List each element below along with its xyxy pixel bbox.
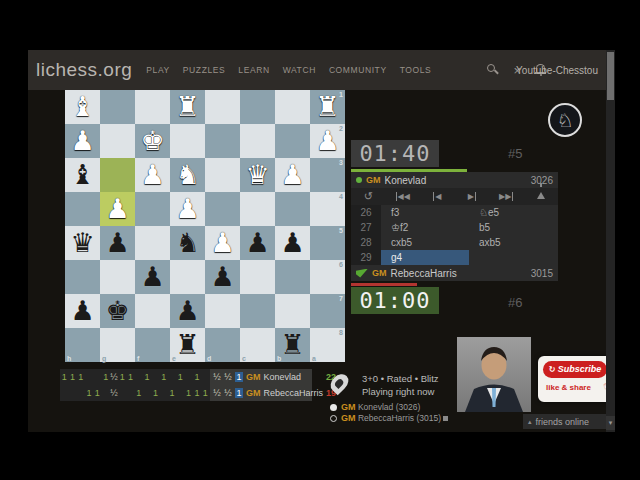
square-e4[interactable]: ♟ [170, 192, 205, 226]
last-move-button[interactable]: ▶▶ [489, 192, 524, 201]
white-bishop: ♝ [65, 90, 100, 124]
square-b4[interactable] [275, 192, 310, 226]
game-type: 3+0 • Rated • Blitz [362, 372, 439, 385]
white-king: ♚ [135, 124, 170, 158]
square-g6[interactable] [100, 260, 135, 294]
rank-label-8: 8 [339, 329, 343, 336]
score-cell [201, 369, 209, 385]
menu-learn[interactable]: LEARN [238, 65, 269, 75]
wing-icon [356, 269, 368, 278]
rank-label-4: 4 [339, 193, 343, 200]
match-score-strip: 1111½11111111½111111 ½½1 GM Konevlad 22 … [60, 369, 312, 401]
black-move[interactable]: ♘e5 [469, 205, 557, 220]
square-b8[interactable]: ♜b [275, 328, 310, 362]
score-cell: 1 [135, 385, 143, 401]
black-knight: ♞ [170, 226, 205, 260]
rank-label-6: 6 [339, 261, 343, 268]
white-queen: ♛ [240, 158, 275, 192]
square-b2[interactable] [275, 124, 310, 158]
game-info: 3+0 • Rated • Blitz Playing right now [362, 372, 439, 398]
main-menu: PLAY PUZZLES LEARN WATCH COMMUNITY TOOLS [146, 65, 431, 75]
move-row-26: 26f3♘e5 [351, 205, 558, 220]
square-b1[interactable] [275, 90, 310, 124]
score-cell: ½ [110, 369, 118, 385]
square-d2[interactable] [205, 124, 240, 158]
username-menu[interactable]: Youtube-Chesstou [516, 50, 598, 90]
square-a3[interactable]: 3 [310, 158, 345, 192]
search-icon[interactable] [487, 64, 499, 76]
menu-puzzles[interactable]: PUZZLES [183, 65, 225, 75]
analysis-button[interactable] [524, 192, 559, 201]
rank-label-1: 1 [339, 91, 343, 98]
flask-icon [537, 192, 545, 199]
white-color-icon [330, 404, 337, 411]
score-cell [85, 369, 93, 385]
score-cell [143, 385, 151, 401]
square-a5[interactable]: 5 [310, 226, 345, 260]
square-h1[interactable]: ♝ [65, 90, 100, 124]
white-player-rating: 3026 [531, 175, 553, 186]
score-cell: 1 [193, 369, 201, 385]
score-cell: 1 [160, 369, 168, 385]
square-e5[interactable]: ♞ [170, 226, 205, 260]
black-player-name: RebeccaHarris [391, 268, 457, 279]
black-move[interactable] [469, 250, 557, 265]
file-label-g: g [102, 355, 106, 362]
score-cell: 1 [60, 369, 68, 385]
square-h3[interactable]: ♝ [65, 158, 100, 192]
square-f4[interactable] [135, 192, 170, 226]
black-queen: ♛ [65, 226, 100, 260]
black-clock: 01:00 [351, 287, 439, 314]
score-cell [77, 385, 85, 401]
scrollbar-down-arrow[interactable]: ▾ [606, 416, 615, 430]
lichess-page: lichess.org PLAY PUZZLES LEARN WATCH COM… [28, 50, 612, 432]
prev-move-button[interactable]: ◀ [420, 192, 455, 201]
players-list: GM Konevlad (3026) GM RebeccaHarris (301… [330, 402, 448, 424]
white-clock: 01:40 [351, 140, 439, 167]
lichess-logo[interactable]: lichess.org [36, 59, 132, 81]
first-move-button[interactable]: ◀◀ [386, 192, 421, 201]
square-d1[interactable] [205, 90, 240, 124]
square-c6[interactable] [240, 260, 275, 294]
score-cell: ½ [224, 388, 232, 398]
white-player-title: GM [366, 175, 381, 185]
square-f5[interactable] [135, 226, 170, 260]
move-number: 29 [351, 250, 381, 265]
square-e2[interactable] [170, 124, 205, 158]
square-d6[interactable]: ♟ [205, 260, 240, 294]
square-f7[interactable] [135, 294, 170, 328]
subscribe-arrow-icon: ↻ [549, 365, 556, 374]
game-status: Playing right now [362, 385, 439, 398]
player-badge-icon [443, 416, 448, 421]
like-share-label: like & share [546, 383, 591, 392]
rank-label-5: 5 [339, 227, 343, 234]
square-d8[interactable]: d [205, 328, 240, 362]
square-h8[interactable]: h [65, 328, 100, 362]
top-navbar: lichess.org PLAY PUZZLES LEARN WATCH COM… [28, 50, 612, 90]
game-number-top: #5 [508, 146, 522, 161]
square-a7[interactable]: 7 [310, 294, 345, 328]
square-g7[interactable]: ♚ [100, 294, 135, 328]
score-cell [68, 385, 76, 401]
black-pawn: ♟ [240, 226, 275, 260]
score-summary: ½½1 GM Konevlad 22 ½½1 GM RebeccaHarris … [210, 369, 312, 401]
subscribe-card[interactable]: ↻ Subscribe like & share ☝ [538, 356, 612, 402]
score-cell: 1 [77, 369, 85, 385]
square-g8[interactable]: g [100, 328, 135, 362]
white-player-row[interactable]: GM Konevlad 3026 [351, 172, 558, 188]
game-number-bottom: #6 [508, 295, 522, 310]
file-label-a: a [312, 355, 316, 362]
online-dot-icon [356, 177, 362, 183]
file-label-b: b [277, 355, 281, 362]
black-color-icon [330, 415, 337, 422]
square-d5[interactable]: ♟ [205, 226, 240, 260]
move-number: 27 [351, 220, 381, 235]
black-pawn: ♟ [205, 260, 240, 294]
square-a6[interactable]: 6 [310, 260, 345, 294]
square-f2[interactable]: ♚ [135, 124, 170, 158]
square-a2[interactable]: ♟2 [310, 124, 345, 158]
black-move[interactable]: b5 [469, 220, 557, 235]
webcam-photo [457, 337, 531, 412]
friends-online-bar[interactable]: ▴ friends online [523, 414, 612, 429]
square-c7[interactable] [240, 294, 275, 328]
square-h7[interactable]: ♟ [65, 294, 100, 328]
square-a1[interactable]: ♜1 [310, 90, 345, 124]
square-b7[interactable] [275, 294, 310, 328]
black-pawn: ♟ [100, 226, 135, 260]
white-move[interactable]: g4 [381, 250, 469, 265]
score-cell: ½ [213, 388, 221, 398]
file-label-f: f [137, 355, 139, 362]
black-move[interactable]: axb5 [469, 235, 557, 250]
score-cell: ½ [110, 385, 118, 401]
square-d7[interactable] [205, 294, 240, 328]
square-c3[interactable]: ♛ [240, 158, 275, 192]
score-name-2: RebeccaHarris [264, 388, 324, 398]
square-d3[interactable] [205, 158, 240, 192]
menu-play[interactable]: PLAY [146, 65, 170, 75]
score-cell: 1 [176, 369, 184, 385]
move-number: 26 [351, 205, 381, 220]
square-b3[interactable]: ♟ [275, 158, 310, 192]
rank-label-2: 2 [339, 125, 343, 132]
file-label-d: d [207, 355, 211, 362]
lichess-knight-logo-icon: ♘ [548, 103, 582, 137]
score-cell: 1 [168, 385, 176, 401]
flip-board-button[interactable]: ↺ [351, 190, 386, 203]
square-c2[interactable] [240, 124, 275, 158]
black-pawn: ♟ [275, 226, 310, 260]
score-cell: 1 [143, 369, 151, 385]
score-cell: 1 [201, 385, 209, 401]
score-cell: 1 [101, 369, 109, 385]
move-row-27: 27♔f2b5 [351, 220, 558, 235]
move-number: 28 [351, 235, 381, 250]
black-player-title: GM [372, 268, 387, 278]
score-history-grid: 1111½11111111½111111 [60, 369, 210, 401]
score-cell [168, 369, 176, 385]
square-h5[interactable]: ♛ [65, 226, 100, 260]
score-cell [184, 369, 192, 385]
score-cell [176, 385, 184, 401]
white-pawn: ♟ [135, 158, 170, 192]
white-move[interactable]: cxb5 [381, 235, 469, 250]
file-label-c: c [242, 355, 246, 362]
square-h6[interactable] [65, 260, 100, 294]
file-label-h: h [67, 355, 71, 362]
square-g2[interactable] [100, 124, 135, 158]
square-c8[interactable]: c [240, 328, 275, 362]
score-cell: 1 [184, 385, 192, 401]
square-e8[interactable]: ♜e [170, 328, 205, 362]
white-player-name: Konevlad [385, 175, 427, 186]
menu-community[interactable]: COMMUNITY [329, 65, 387, 75]
list-item[interactable]: GM RebeccaHarris (3015) [330, 413, 448, 424]
score-cell: 1 [85, 385, 93, 401]
rank-label-7: 7 [339, 295, 343, 302]
game-panel: 01:40 #5 GM Konevlad 3026 ↺ ◀◀ ◀ ▶ ▶▶ 26… [351, 140, 558, 314]
move-row-28: 28cxb5axb5 [351, 235, 558, 250]
score-cell: ½ [213, 372, 221, 382]
score-title-2: GM [246, 388, 261, 398]
move-toolbar: ↺ ◀◀ ◀ ▶ ▶▶ [351, 188, 558, 205]
move-row-29: 29g4 [351, 250, 558, 265]
white-pawn: ♟ [170, 192, 205, 226]
score-cell: 1 [118, 369, 126, 385]
square-f3[interactable]: ♟ [135, 158, 170, 192]
square-e6[interactable] [170, 260, 205, 294]
scrollbar-thumb[interactable] [607, 52, 614, 100]
square-d4[interactable] [205, 192, 240, 226]
collapse-arrow-icon: ▴ [528, 418, 532, 426]
square-e7[interactable]: ♟ [170, 294, 205, 328]
square-g5[interactable]: ♟ [100, 226, 135, 260]
white-knight: ♞ [170, 158, 205, 192]
white-rook: ♜ [170, 90, 205, 124]
score-cell: 1 [151, 385, 159, 401]
score-cell: 1 [193, 385, 201, 401]
white-pawn: ♟ [205, 226, 240, 260]
square-h2[interactable]: ♟ [65, 124, 100, 158]
file-label-e: e [172, 355, 176, 362]
square-g3[interactable] [100, 158, 135, 192]
menu-tools[interactable]: TOOLS [400, 65, 432, 75]
move-list: 26f3♘e527♔f2b528cxb5axb529g4 [351, 205, 558, 265]
square-c1[interactable] [240, 90, 275, 124]
square-b6[interactable] [275, 260, 310, 294]
score-cell-current: 1 [235, 372, 243, 382]
black-king: ♚ [100, 294, 135, 328]
score-cell [160, 385, 168, 401]
square-e3[interactable]: ♞ [170, 158, 205, 192]
score-title-1: GM [246, 372, 261, 382]
white-move[interactable]: f3 [381, 205, 469, 220]
subscribe-button[interactable]: ↻ Subscribe [543, 361, 607, 378]
square-f8[interactable]: f [135, 328, 170, 362]
next-move-button[interactable]: ▶ [455, 192, 490, 201]
score-cell [101, 385, 109, 401]
video-frame: lichess.org PLAY PUZZLES LEARN WATCH COM… [0, 0, 640, 480]
white-move[interactable]: ♔f2 [381, 220, 469, 235]
black-bishop: ♝ [65, 158, 100, 192]
square-b5[interactable]: ♟ [275, 226, 310, 260]
score-name-1: Konevlad [264, 372, 302, 382]
square-g1[interactable] [100, 90, 135, 124]
score-cell: 1 [126, 369, 134, 385]
rank-label-3: 3 [339, 159, 343, 166]
white-pawn: ♟ [275, 158, 310, 192]
square-h4[interactable] [65, 192, 100, 226]
black-time-bar [351, 283, 558, 286]
square-g4[interactable]: ♟ [100, 192, 135, 226]
square-a8[interactable]: a8 [310, 328, 345, 362]
square-c5[interactable]: ♟ [240, 226, 275, 260]
square-a4[interactable]: 4 [310, 192, 345, 226]
square-f6[interactable]: ♟ [135, 260, 170, 294]
score-cell [60, 385, 68, 401]
black-pawn: ♟ [135, 260, 170, 294]
white-pawn: ♟ [100, 192, 135, 226]
score-cell: ½ [224, 372, 232, 382]
score-cell [126, 385, 134, 401]
black-pawn: ♟ [65, 294, 100, 328]
square-f1[interactable] [135, 90, 170, 124]
white-pawn: ♟ [65, 124, 100, 158]
score-cell: 1 [68, 369, 76, 385]
score-cell-current: 1 [235, 388, 243, 398]
page-scrollbar[interactable]: ▾ [606, 50, 615, 432]
score-cell [118, 385, 126, 401]
black-player-rating: 3015 [531, 268, 553, 279]
square-c4[interactable] [240, 192, 275, 226]
board: ♝♜♜1♟♚♟2♝♟♞♛♟3♟♟4♛♟♞♟♟♟5♟♟6♟♚♟7hgf♜edc♜b… [65, 90, 345, 362]
black-pawn: ♟ [170, 294, 205, 328]
score-cell: 1 [93, 385, 101, 401]
score-cell [151, 369, 159, 385]
score-cell [93, 369, 101, 385]
black-player-row[interactable]: GM RebeccaHarris 3015 [351, 265, 558, 281]
menu-watch[interactable]: WATCH [283, 65, 316, 75]
score-cell [135, 369, 143, 385]
square-e1[interactable]: ♜ [170, 90, 205, 124]
friends-online-label: friends online [536, 417, 590, 427]
list-item[interactable]: GM Konevlad (3026) [330, 402, 448, 413]
